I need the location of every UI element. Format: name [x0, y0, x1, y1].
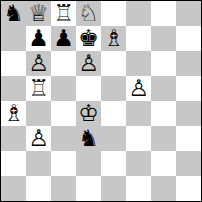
square-f7[interactable] — [126, 26, 151, 51]
square-b5[interactable]: ♖ — [26, 76, 51, 101]
square-g6[interactable] — [151, 51, 176, 76]
chess-board: ♞♕♖♘♟♟♚♗♙♙♖♙♗♔♙♞ — [0, 0, 202, 202]
square-f2[interactable] — [126, 151, 151, 176]
square-c3[interactable] — [51, 126, 76, 151]
square-h5[interactable] — [176, 76, 201, 101]
square-a8[interactable]: ♞ — [1, 1, 26, 26]
piece-black-pawn: ♟ — [28, 26, 49, 51]
piece-white-king: ♔ — [78, 101, 99, 126]
square-b4[interactable] — [26, 101, 51, 126]
square-d5[interactable] — [76, 76, 101, 101]
square-h7[interactable] — [176, 26, 201, 51]
square-d4[interactable]: ♔ — [76, 101, 101, 126]
square-c5[interactable] — [51, 76, 76, 101]
piece-white-bishop: ♗ — [3, 101, 24, 126]
square-a1[interactable] — [1, 176, 26, 201]
square-e8[interactable] — [101, 1, 126, 26]
square-g5[interactable] — [151, 76, 176, 101]
piece-white-knight: ♘ — [78, 1, 99, 26]
square-h6[interactable] — [176, 51, 201, 76]
square-f6[interactable] — [126, 51, 151, 76]
piece-white-pawn: ♙ — [128, 76, 149, 101]
square-d8[interactable]: ♘ — [76, 1, 101, 26]
square-d7[interactable]: ♚ — [76, 26, 101, 51]
square-c4[interactable] — [51, 101, 76, 126]
piece-white-pawn: ♙ — [28, 126, 49, 151]
square-d6[interactable]: ♙ — [76, 51, 101, 76]
square-g4[interactable] — [151, 101, 176, 126]
square-e7[interactable]: ♗ — [101, 26, 126, 51]
square-h8[interactable] — [176, 1, 201, 26]
square-f4[interactable] — [126, 101, 151, 126]
square-g7[interactable] — [151, 26, 176, 51]
square-c7[interactable]: ♟ — [51, 26, 76, 51]
piece-white-rook: ♖ — [28, 76, 49, 101]
square-e2[interactable] — [101, 151, 126, 176]
square-a2[interactable] — [1, 151, 26, 176]
square-e1[interactable] — [101, 176, 126, 201]
piece-white-pawn: ♙ — [28, 51, 49, 76]
square-b8[interactable]: ♕ — [26, 1, 51, 26]
piece-black-knight: ♞ — [78, 126, 99, 151]
square-b1[interactable] — [26, 176, 51, 201]
square-f3[interactable] — [126, 126, 151, 151]
square-c2[interactable] — [51, 151, 76, 176]
piece-white-bishop: ♗ — [103, 26, 124, 51]
square-c8[interactable]: ♖ — [51, 1, 76, 26]
piece-white-rook: ♖ — [53, 1, 74, 26]
square-b2[interactable] — [26, 151, 51, 176]
square-h4[interactable] — [176, 101, 201, 126]
square-a4[interactable]: ♗ — [1, 101, 26, 126]
square-h3[interactable] — [176, 126, 201, 151]
square-c6[interactable] — [51, 51, 76, 76]
square-g8[interactable] — [151, 1, 176, 26]
square-b3[interactable]: ♙ — [26, 126, 51, 151]
piece-black-king: ♚ — [78, 26, 99, 51]
square-g2[interactable] — [151, 151, 176, 176]
square-a7[interactable] — [1, 26, 26, 51]
square-a3[interactable] — [1, 126, 26, 151]
square-b7[interactable]: ♟ — [26, 26, 51, 51]
piece-white-pawn: ♙ — [78, 51, 99, 76]
square-e5[interactable] — [101, 76, 126, 101]
square-a6[interactable] — [1, 51, 26, 76]
square-e3[interactable] — [101, 126, 126, 151]
square-a5[interactable] — [1, 76, 26, 101]
square-f1[interactable] — [126, 176, 151, 201]
piece-black-knight: ♞ — [3, 1, 24, 26]
square-c1[interactable] — [51, 176, 76, 201]
square-d1[interactable] — [76, 176, 101, 201]
piece-black-pawn: ♟ — [53, 26, 74, 51]
square-b6[interactable]: ♙ — [26, 51, 51, 76]
square-d3[interactable]: ♞ — [76, 126, 101, 151]
piece-white-queen: ♕ — [28, 1, 49, 26]
square-e6[interactable] — [101, 51, 126, 76]
square-g3[interactable] — [151, 126, 176, 151]
square-h2[interactable] — [176, 151, 201, 176]
square-h1[interactable] — [176, 176, 201, 201]
square-f5[interactable]: ♙ — [126, 76, 151, 101]
square-f8[interactable] — [126, 1, 151, 26]
square-d2[interactable] — [76, 151, 101, 176]
square-g1[interactable] — [151, 176, 176, 201]
square-e4[interactable] — [101, 101, 126, 126]
